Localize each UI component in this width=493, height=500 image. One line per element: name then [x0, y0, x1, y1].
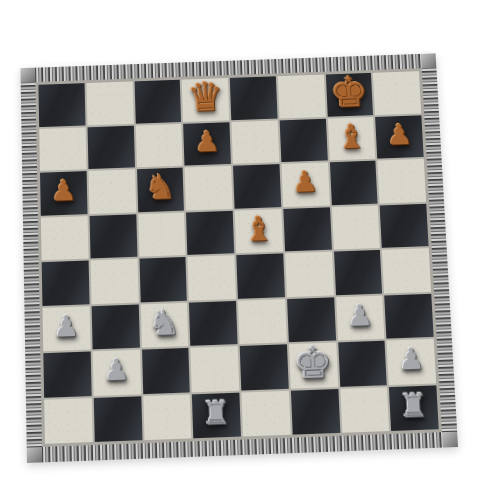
square-e5: ♝ [235, 209, 283, 254]
square-c6: ♞ [137, 168, 185, 212]
square-h6 [378, 159, 427, 203]
gold-pawn-piece: ♟ [50, 177, 76, 206]
square-f2: ♚ [289, 342, 338, 388]
square-c5 [138, 212, 186, 257]
silver-rook-piece: ♜ [398, 389, 429, 423]
square-f6: ♟ [281, 162, 329, 206]
square-h7: ♟ [375, 115, 423, 159]
silver-knight-piece: ♞ [148, 305, 181, 341]
square-c3: ♞ [140, 302, 188, 347]
square-d4 [188, 255, 236, 300]
square-f8 [278, 75, 326, 118]
gold-knight-piece: ♞ [144, 170, 176, 205]
square-f7 [279, 118, 327, 162]
square-d7: ♟ [183, 122, 231, 166]
fringe-corner [442, 432, 458, 448]
square-g7: ♝ [327, 117, 375, 161]
square-c1 [143, 394, 192, 440]
square-b2: ♟ [92, 350, 140, 396]
silver-pawn-piece: ♟ [346, 301, 373, 331]
square-e7 [231, 120, 279, 164]
square-g4 [334, 250, 383, 295]
fringe-corner [27, 447, 43, 463]
square-e1 [241, 390, 290, 436]
square-f1 [291, 389, 340, 435]
square-h8 [373, 71, 421, 114]
fringe-corner [421, 53, 436, 68]
square-g2 [338, 341, 387, 387]
square-a2 [43, 351, 91, 397]
square-g8: ♚ [325, 73, 373, 116]
gold-queen-piece: ♛ [187, 77, 224, 118]
square-c2 [142, 348, 190, 394]
square-d5 [186, 210, 234, 255]
square-a6: ♟ [40, 171, 87, 215]
gold-bishop-piece: ♝ [243, 212, 275, 247]
gold-king-piece: ♚ [329, 71, 369, 114]
square-b4 [90, 259, 138, 304]
chess-board: ♛♚♟♝♟♟♞♟♝♟♞♟♟♚♟♜♜ [20, 53, 458, 463]
square-d1: ♜ [192, 392, 241, 438]
gold-bishop-piece: ♝ [335, 120, 367, 154]
gold-pawn-piece: ♟ [386, 120, 413, 149]
square-a8 [38, 83, 85, 126]
fringe-corner [20, 68, 35, 83]
silver-king-piece: ♚ [293, 341, 334, 386]
square-g6 [329, 161, 377, 205]
square-e6 [233, 164, 281, 208]
square-e3 [238, 299, 287, 344]
square-d8: ♛ [182, 78, 229, 121]
square-h3 [384, 293, 433, 338]
square-e2 [240, 344, 289, 390]
square-d2 [191, 346, 240, 392]
square-b1 [93, 396, 142, 442]
silver-pawn-piece: ♟ [103, 355, 130, 385]
square-g5 [331, 205, 380, 250]
square-d6 [185, 166, 233, 210]
square-c4 [139, 257, 187, 302]
silver-pawn-piece: ♟ [397, 345, 425, 375]
square-a3: ♟ [42, 306, 90, 351]
square-g1 [340, 387, 389, 433]
gold-pawn-piece: ♟ [194, 127, 221, 156]
square-g3: ♟ [336, 295, 385, 340]
square-a4 [42, 260, 90, 305]
square-f5 [283, 207, 331, 252]
square-e8 [230, 76, 278, 119]
photo-background: ♛♚♟♝♟♟♞♟♝♟♞♟♟♚♟♜♜ [0, 0, 493, 500]
square-c7 [135, 123, 182, 167]
square-f3 [287, 297, 336, 342]
square-b8 [86, 81, 133, 124]
board-grid: ♛♚♟♝♟♟♞♟♝♟♞♟♟♚♟♜♜ [38, 71, 438, 444]
square-b7 [87, 125, 134, 169]
square-f4 [285, 252, 334, 297]
square-b6 [88, 169, 135, 213]
square-h4 [382, 248, 431, 293]
square-h2: ♟ [387, 339, 436, 385]
silver-pawn-piece: ♟ [53, 311, 80, 341]
board-playing-area: ♛♚♟♝♟♟♞♟♝♟♞♟♟♚♟♜♜ [35, 68, 442, 447]
square-a7 [39, 127, 86, 171]
square-a5 [41, 216, 88, 261]
square-e4 [236, 253, 284, 298]
square-h1: ♜ [389, 385, 439, 431]
gold-pawn-piece: ♟ [292, 168, 319, 197]
square-d3 [189, 300, 237, 345]
square-a1 [44, 398, 92, 444]
square-b3 [91, 304, 139, 349]
silver-rook-piece: ♜ [201, 396, 231, 430]
square-h5 [380, 203, 429, 248]
square-c8 [134, 80, 181, 123]
square-b5 [89, 214, 137, 259]
